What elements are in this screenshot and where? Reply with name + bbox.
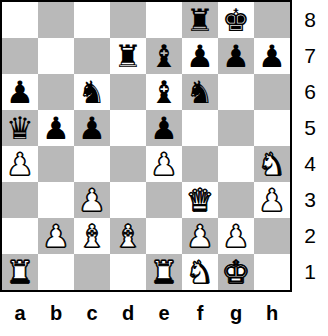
piece-white-rook: ♜ (6, 254, 34, 290)
piece-white-pawn: ♟ (258, 182, 286, 218)
piece-white-king: ♚ (222, 254, 250, 290)
piece-white-knight: ♞ (186, 254, 214, 290)
piece-black-rook: ♜ (186, 2, 214, 38)
square-h6[interactable] (254, 74, 290, 110)
square-d2[interactable]: ♝ (110, 218, 146, 254)
file-label-a: a (2, 292, 38, 334)
rank-label-6: 6 (292, 74, 328, 110)
chess-board: ♜♚♜♝♟♟♟♟♞♝♞♛♟♟♟♟♟♞♟♛♟♟♝♝♟♟♜♜♞♚ (0, 0, 292, 292)
square-g2[interactable]: ♟ (218, 218, 254, 254)
square-f2[interactable]: ♟ (182, 218, 218, 254)
square-f8[interactable]: ♜ (182, 2, 218, 38)
square-a5[interactable]: ♛ (2, 110, 38, 146)
rank-label-3: 3 (292, 182, 328, 218)
piece-black-pawn: ♟ (222, 38, 250, 74)
rank-label-2: 2 (292, 218, 328, 254)
square-h3[interactable]: ♟ (254, 182, 290, 218)
square-b4[interactable] (38, 146, 74, 182)
file-label-h: h (254, 292, 290, 334)
piece-white-pawn: ♟ (222, 218, 250, 254)
piece-black-pawn: ♟ (78, 110, 106, 146)
square-d3[interactable] (110, 182, 146, 218)
file-label-b: b (38, 292, 74, 334)
square-b5[interactable]: ♟ (38, 110, 74, 146)
square-d5[interactable] (110, 110, 146, 146)
file-label-e: e (146, 292, 182, 334)
square-c4[interactable] (74, 146, 110, 182)
square-c1[interactable] (74, 254, 110, 290)
square-a7[interactable] (2, 38, 38, 74)
square-b7[interactable] (38, 38, 74, 74)
square-c7[interactable] (74, 38, 110, 74)
piece-black-pawn: ♟ (150, 110, 178, 146)
square-f5[interactable] (182, 110, 218, 146)
square-d7[interactable]: ♜ (110, 38, 146, 74)
piece-black-pawn: ♟ (258, 38, 286, 74)
square-h1[interactable] (254, 254, 290, 290)
square-e2[interactable] (146, 218, 182, 254)
piece-white-pawn: ♟ (6, 146, 34, 182)
file-label-c: c (74, 292, 110, 334)
square-f1[interactable]: ♞ (182, 254, 218, 290)
file-label-f: f (182, 292, 218, 334)
square-a3[interactable] (2, 182, 38, 218)
rank-label-8: 8 (292, 2, 328, 38)
square-b3[interactable] (38, 182, 74, 218)
square-g3[interactable] (218, 182, 254, 218)
square-a4[interactable]: ♟ (2, 146, 38, 182)
piece-white-queen: ♛ (186, 182, 214, 218)
square-c6[interactable]: ♞ (74, 74, 110, 110)
square-e7[interactable]: ♝ (146, 38, 182, 74)
square-a2[interactable] (2, 218, 38, 254)
file-label-d: d (110, 292, 146, 334)
piece-white-knight: ♞ (258, 146, 286, 182)
piece-black-rook: ♜ (114, 38, 142, 74)
square-h4[interactable]: ♞ (254, 146, 290, 182)
piece-white-bishop: ♝ (78, 218, 106, 254)
square-d6[interactable] (110, 74, 146, 110)
piece-white-pawn: ♟ (42, 218, 70, 254)
square-e1[interactable]: ♜ (146, 254, 182, 290)
square-h8[interactable] (254, 2, 290, 38)
rank-label-1: 1 (292, 254, 328, 290)
square-a8[interactable] (2, 2, 38, 38)
square-h2[interactable] (254, 218, 290, 254)
square-g8[interactable]: ♚ (218, 2, 254, 38)
square-b6[interactable] (38, 74, 74, 110)
piece-white-pawn: ♟ (78, 182, 106, 218)
square-f7[interactable]: ♟ (182, 38, 218, 74)
square-b2[interactable]: ♟ (38, 218, 74, 254)
piece-black-knight: ♞ (78, 74, 106, 110)
rank-labels: 87654321 (292, 2, 328, 290)
piece-black-pawn: ♟ (6, 74, 34, 110)
square-e3[interactable] (146, 182, 182, 218)
rank-label-4: 4 (292, 146, 328, 182)
piece-black-bishop: ♝ (150, 74, 178, 110)
square-c5[interactable]: ♟ (74, 110, 110, 146)
piece-black-queen: ♛ (6, 110, 34, 146)
square-d4[interactable] (110, 146, 146, 182)
square-b8[interactable] (38, 2, 74, 38)
piece-black-knight: ♞ (186, 74, 214, 110)
square-g4[interactable] (218, 146, 254, 182)
square-a6[interactable]: ♟ (2, 74, 38, 110)
square-e8[interactable] (146, 2, 182, 38)
piece-black-bishop: ♝ (150, 38, 178, 74)
chess-diagram: ♜♚♜♝♟♟♟♟♞♝♞♛♟♟♟♟♟♞♟♛♟♟♝♝♟♟♜♜♞♚ 87654321 … (0, 0, 328, 336)
square-e5[interactable]: ♟ (146, 110, 182, 146)
square-d1[interactable] (110, 254, 146, 290)
square-g5[interactable] (218, 110, 254, 146)
square-d8[interactable] (110, 2, 146, 38)
square-g6[interactable] (218, 74, 254, 110)
piece-black-pawn: ♟ (186, 38, 214, 74)
square-e6[interactable]: ♝ (146, 74, 182, 110)
piece-white-rook: ♜ (150, 254, 178, 290)
square-c2[interactable]: ♝ (74, 218, 110, 254)
square-c3[interactable]: ♟ (74, 182, 110, 218)
file-label-g: g (218, 292, 254, 334)
piece-white-pawn: ♟ (186, 218, 214, 254)
piece-white-bishop: ♝ (114, 218, 142, 254)
rank-label-7: 7 (292, 38, 328, 74)
square-h7[interactable]: ♟ (254, 38, 290, 74)
square-g1[interactable]: ♚ (218, 254, 254, 290)
rank-label-5: 5 (292, 110, 328, 146)
square-a1[interactable]: ♜ (2, 254, 38, 290)
square-c8[interactable] (74, 2, 110, 38)
piece-black-pawn: ♟ (42, 110, 70, 146)
square-h5[interactable] (254, 110, 290, 146)
piece-white-pawn: ♟ (150, 146, 178, 182)
square-f4[interactable] (182, 146, 218, 182)
square-b1[interactable] (38, 254, 74, 290)
square-g7[interactable]: ♟ (218, 38, 254, 74)
piece-black-king: ♚ (222, 2, 250, 38)
file-labels: abcdefgh (2, 292, 290, 334)
square-f3[interactable]: ♛ (182, 182, 218, 218)
square-e4[interactable]: ♟ (146, 146, 182, 182)
square-f6[interactable]: ♞ (182, 74, 218, 110)
